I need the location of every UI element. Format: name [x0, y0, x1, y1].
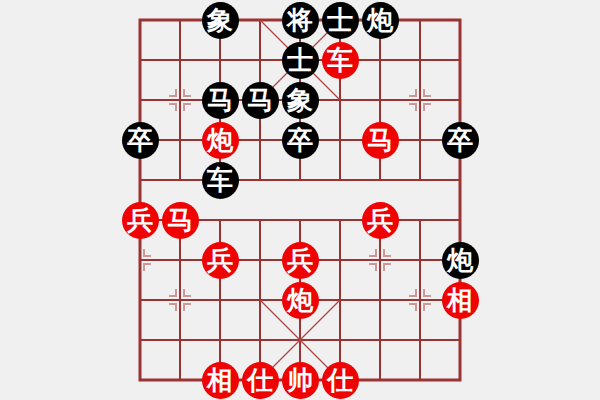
- piece-red-cannon[interactable]: 炮: [282, 282, 319, 319]
- piece-red-chariot[interactable]: 车: [322, 42, 359, 79]
- piece-black-horse[interactable]: 马: [242, 82, 279, 119]
- piece-red-general[interactable]: 帅: [282, 362, 319, 399]
- piece-red-cannon[interactable]: 炮: [202, 122, 239, 159]
- piece-red-advisor[interactable]: 仕: [242, 362, 279, 399]
- piece-black-elephant[interactable]: 象: [202, 2, 239, 39]
- piece-red-elephant[interactable]: 相: [202, 362, 239, 399]
- piece-black-chariot[interactable]: 车: [202, 162, 239, 199]
- piece-red-horse[interactable]: 马: [362, 122, 399, 159]
- piece-black-advisor[interactable]: 士: [282, 42, 319, 79]
- piece-red-pawn[interactable]: 兵: [362, 202, 399, 239]
- piece-black-advisor[interactable]: 士: [322, 2, 359, 39]
- piece-red-pawn[interactable]: 兵: [282, 242, 319, 279]
- piece-red-pawn[interactable]: 兵: [122, 202, 159, 239]
- xiangqi-screenshot: 象将士炮士车马马象卒炮卒马卒车兵马兵兵兵炮炮相相仕帅仕: [0, 0, 600, 400]
- piece-black-horse[interactable]: 马: [202, 82, 239, 119]
- piece-red-advisor[interactable]: 仕: [322, 362, 359, 399]
- piece-black-cannon[interactable]: 炮: [362, 2, 399, 39]
- piece-black-pawn[interactable]: 卒: [442, 122, 479, 159]
- piece-red-horse[interactable]: 马: [162, 202, 199, 239]
- piece-black-elephant[interactable]: 象: [282, 82, 319, 119]
- piece-red-elephant[interactable]: 相: [442, 282, 479, 319]
- xiangqi-board[interactable]: 象将士炮士车马马象卒炮卒马卒车兵马兵兵兵炮炮相相仕帅仕: [140, 20, 460, 380]
- piece-black-general[interactable]: 将: [282, 2, 319, 39]
- piece-black-pawn[interactable]: 卒: [282, 122, 319, 159]
- piece-black-cannon[interactable]: 炮: [442, 242, 479, 279]
- piece-black-pawn[interactable]: 卒: [122, 122, 159, 159]
- piece-red-pawn[interactable]: 兵: [202, 242, 239, 279]
